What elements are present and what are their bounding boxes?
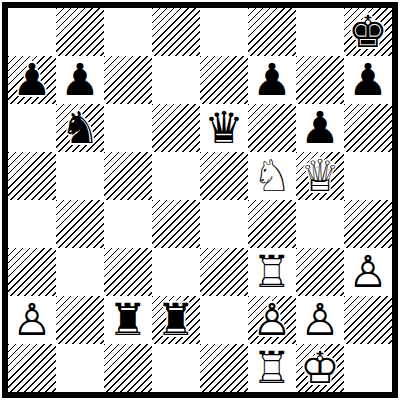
square-b8[interactable] <box>56 8 104 56</box>
piece-glyph: ♖ <box>248 344 296 392</box>
square-c1[interactable] <box>104 344 152 392</box>
chess-board: ♚♚♟♟♟♟♟♟♟♟♞♞♛♛♟♟♞♘♛♕♜♖♟♙♟♙♜♜♜♜♟♙♟♙♜♖♚♔ <box>2 2 398 398</box>
square-g4[interactable] <box>296 200 344 248</box>
piece-glyph: ♖ <box>248 248 296 296</box>
square-c3[interactable] <box>104 248 152 296</box>
square-f6[interactable] <box>248 104 296 152</box>
square-b4[interactable] <box>56 200 104 248</box>
piece-glyph: ♙ <box>8 296 56 344</box>
square-f1[interactable]: ♜♖ <box>248 344 296 392</box>
square-a5[interactable] <box>8 152 56 200</box>
square-b7[interactable]: ♟♟ <box>56 56 104 104</box>
piece-glyph: ♕ <box>296 152 344 200</box>
piece-black-pawn: ♟♟ <box>344 56 392 104</box>
square-f7[interactable]: ♟♟ <box>248 56 296 104</box>
square-h2[interactable] <box>344 296 392 344</box>
piece-glyph: ♔ <box>296 344 344 392</box>
square-a2[interactable]: ♟♙ <box>8 296 56 344</box>
square-h5[interactable] <box>344 152 392 200</box>
piece-black-pawn: ♟♟ <box>8 56 56 104</box>
square-g2[interactable]: ♟♙ <box>296 296 344 344</box>
square-g8[interactable] <box>296 8 344 56</box>
piece-black-king: ♚♚ <box>344 8 392 56</box>
square-h6[interactable] <box>344 104 392 152</box>
piece-black-rook: ♜♜ <box>152 296 200 344</box>
piece-black-rook: ♜♜ <box>104 296 152 344</box>
piece-white-queen: ♛♕ <box>296 152 344 200</box>
piece-white-pawn: ♟♙ <box>344 248 392 296</box>
piece-black-pawn: ♟♟ <box>296 104 344 152</box>
piece-white-pawn: ♟♙ <box>248 296 296 344</box>
square-c5[interactable] <box>104 152 152 200</box>
square-a7[interactable]: ♟♟ <box>8 56 56 104</box>
piece-glyph: ♟ <box>248 56 296 104</box>
square-e1[interactable] <box>200 344 248 392</box>
square-a4[interactable] <box>8 200 56 248</box>
piece-black-knight: ♞♞ <box>56 104 104 152</box>
square-e8[interactable] <box>200 8 248 56</box>
square-b5[interactable] <box>56 152 104 200</box>
square-a6[interactable] <box>8 104 56 152</box>
square-d1[interactable] <box>152 344 200 392</box>
square-d5[interactable] <box>152 152 200 200</box>
square-b3[interactable] <box>56 248 104 296</box>
square-a1[interactable] <box>8 344 56 392</box>
piece-glyph: ♜ <box>104 296 152 344</box>
square-c2[interactable]: ♜♜ <box>104 296 152 344</box>
square-g7[interactable] <box>296 56 344 104</box>
piece-white-king: ♚♔ <box>296 344 344 392</box>
piece-glyph: ♙ <box>296 296 344 344</box>
square-g3[interactable] <box>296 248 344 296</box>
piece-glyph: ♚ <box>344 8 392 56</box>
piece-black-pawn: ♟♟ <box>248 56 296 104</box>
piece-glyph: ♜ <box>152 296 200 344</box>
piece-glyph: ♘ <box>248 152 296 200</box>
piece-glyph: ♙ <box>248 296 296 344</box>
square-d4[interactable] <box>152 200 200 248</box>
piece-glyph: ♟ <box>8 56 56 104</box>
square-e2[interactable] <box>200 296 248 344</box>
square-b2[interactable] <box>56 296 104 344</box>
square-h3[interactable]: ♟♙ <box>344 248 392 296</box>
square-e6[interactable]: ♛♛ <box>200 104 248 152</box>
square-b6[interactable]: ♞♞ <box>56 104 104 152</box>
piece-white-rook: ♜♖ <box>248 344 296 392</box>
square-h7[interactable]: ♟♟ <box>344 56 392 104</box>
square-e5[interactable] <box>200 152 248 200</box>
piece-glyph: ♟ <box>56 56 104 104</box>
piece-glyph: ♞ <box>56 104 104 152</box>
square-f5[interactable]: ♞♘ <box>248 152 296 200</box>
square-d6[interactable] <box>152 104 200 152</box>
square-d8[interactable] <box>152 8 200 56</box>
square-g6[interactable]: ♟♟ <box>296 104 344 152</box>
piece-glyph: ♙ <box>344 248 392 296</box>
square-h1[interactable] <box>344 344 392 392</box>
square-c7[interactable] <box>104 56 152 104</box>
square-d7[interactable] <box>152 56 200 104</box>
chess-diagram: ♚♚♟♟♟♟♟♟♟♟♞♞♛♛♟♟♞♘♛♕♜♖♟♙♟♙♜♜♜♜♟♙♟♙♜♖♚♔ <box>0 0 400 400</box>
square-c6[interactable] <box>104 104 152 152</box>
piece-white-knight: ♞♘ <box>248 152 296 200</box>
square-b1[interactable] <box>56 344 104 392</box>
piece-glyph: ♛ <box>200 104 248 152</box>
square-e4[interactable] <box>200 200 248 248</box>
piece-white-pawn: ♟♙ <box>8 296 56 344</box>
square-f4[interactable] <box>248 200 296 248</box>
square-g5[interactable]: ♛♕ <box>296 152 344 200</box>
square-h4[interactable] <box>344 200 392 248</box>
square-f2[interactable]: ♟♙ <box>248 296 296 344</box>
square-e7[interactable] <box>200 56 248 104</box>
piece-black-queen: ♛♛ <box>200 104 248 152</box>
piece-white-pawn: ♟♙ <box>296 296 344 344</box>
piece-glyph: ♟ <box>344 56 392 104</box>
piece-black-pawn: ♟♟ <box>56 56 104 104</box>
square-a8[interactable] <box>8 8 56 56</box>
square-e3[interactable] <box>200 248 248 296</box>
square-d3[interactable] <box>152 248 200 296</box>
piece-glyph: ♟ <box>296 104 344 152</box>
square-d2[interactable]: ♜♜ <box>152 296 200 344</box>
square-a3[interactable] <box>8 248 56 296</box>
square-c4[interactable] <box>104 200 152 248</box>
square-f3[interactable]: ♜♖ <box>248 248 296 296</box>
square-h8[interactable]: ♚♚ <box>344 8 392 56</box>
square-c8[interactable] <box>104 8 152 56</box>
piece-white-rook: ♜♖ <box>248 248 296 296</box>
square-f8[interactable] <box>248 8 296 56</box>
square-g1[interactable]: ♚♔ <box>296 344 344 392</box>
